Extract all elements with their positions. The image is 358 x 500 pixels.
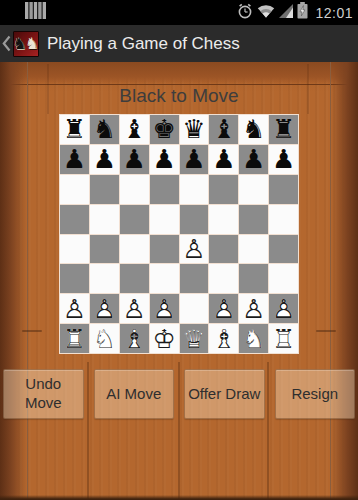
square-f2[interactable]: ♟♙	[209, 294, 238, 323]
square-d7[interactable]: ♟	[150, 145, 179, 174]
square-b1[interactable]: ♞♘	[90, 324, 119, 353]
square-e1[interactable]: ♛♕	[180, 324, 209, 353]
square-a4[interactable]	[60, 235, 89, 264]
square-c7[interactable]: ♟	[120, 145, 149, 174]
white-pawn-piece: ♟♙	[209, 294, 238, 323]
square-h4[interactable]	[269, 235, 298, 264]
black-rook-piece: ♜	[60, 115, 89, 144]
square-g1[interactable]: ♞♘	[239, 324, 268, 353]
square-f4[interactable]	[209, 235, 238, 264]
square-f5[interactable]	[209, 205, 238, 234]
square-h1[interactable]: ♜♖	[269, 324, 298, 353]
status-bar: 12:01	[0, 0, 358, 25]
square-b4[interactable]	[90, 235, 119, 264]
square-b2[interactable]: ♟♙	[90, 294, 119, 323]
square-g4[interactable]	[239, 235, 268, 264]
square-f6[interactable]	[209, 175, 238, 204]
black-knight-piece: ♞	[90, 115, 119, 144]
screen: 12:01 ♞♞ Playing a Game of Chess Black t…	[0, 0, 358, 500]
white-pawn-piece: ♟♙	[269, 294, 298, 323]
square-e3[interactable]	[180, 264, 209, 293]
white-rook-piece: ♜♖	[269, 324, 298, 353]
square-c4[interactable]	[120, 235, 149, 264]
wood-bottom-band	[0, 495, 358, 500]
page-title: Playing a Game of Chess	[47, 34, 240, 54]
square-c8[interactable]: ♝	[120, 115, 149, 144]
undo-move-button[interactable]: Undo Move	[3, 369, 84, 419]
square-b6[interactable]	[90, 175, 119, 204]
battery-charging-icon	[297, 2, 308, 23]
square-d2[interactable]: ♟♙	[150, 294, 179, 323]
clock-time: 12:01	[315, 5, 353, 21]
black-pawn-piece: ♟	[209, 145, 238, 174]
square-g6[interactable]	[239, 175, 268, 204]
square-e7[interactable]: ♟	[180, 145, 209, 174]
square-d5[interactable]	[150, 205, 179, 234]
black-pawn-piece: ♟	[120, 145, 149, 174]
square-b5[interactable]	[90, 205, 119, 234]
alarm-icon	[237, 3, 253, 23]
white-pawn-piece: ♟♙	[180, 235, 209, 264]
resign-button[interactable]: Resign	[275, 369, 356, 419]
black-pawn-piece: ♟	[269, 145, 298, 174]
white-pawn-piece: ♟♙	[239, 294, 268, 323]
white-queen-piece: ♛♕	[180, 324, 209, 353]
white-king-piece: ♚♔	[150, 324, 179, 353]
square-a7[interactable]: ♟	[60, 145, 89, 174]
square-b8[interactable]: ♞	[90, 115, 119, 144]
wifi-icon	[257, 4, 275, 22]
white-knight-piece: ♞♘	[239, 324, 268, 353]
square-c5[interactable]	[120, 205, 149, 234]
square-h7[interactable]: ♟	[269, 145, 298, 174]
square-g3[interactable]	[239, 264, 268, 293]
square-f3[interactable]	[209, 264, 238, 293]
square-h8[interactable]: ♜	[269, 115, 298, 144]
square-d1[interactable]: ♚♔	[150, 324, 179, 353]
black-bishop-piece: ♝	[209, 115, 238, 144]
square-e8[interactable]: ♛	[180, 115, 209, 144]
square-c6[interactable]	[120, 175, 149, 204]
back-chevron-icon[interactable]	[2, 35, 11, 52]
square-a5[interactable]	[60, 205, 89, 234]
white-knight-piece: ♞♘	[90, 324, 119, 353]
notification-bars-icon	[25, 2, 46, 23]
black-pawn-piece: ♟	[90, 145, 119, 174]
square-f1[interactable]: ♝♗	[209, 324, 238, 353]
square-h3[interactable]	[269, 264, 298, 293]
square-b3[interactable]	[90, 264, 119, 293]
chess-knights-icon[interactable]: ♞♞	[13, 31, 39, 57]
black-knight-piece: ♞	[239, 115, 268, 144]
black-queen-piece: ♛	[180, 115, 209, 144]
square-d3[interactable]	[150, 264, 179, 293]
chess-board: ♜♞♝♚♛♝♞♜♟♟♟♟♟♟♟♟♟♙♟♙♟♙♟♙♟♙♟♙♟♙♟♙♜♖♞♘♝♗♚♔…	[59, 114, 299, 354]
square-g7[interactable]: ♟	[239, 145, 268, 174]
black-king-piece: ♚	[150, 115, 179, 144]
square-a6[interactable]	[60, 175, 89, 204]
square-f7[interactable]: ♟	[209, 145, 238, 174]
square-e4[interactable]: ♟♙	[180, 235, 209, 264]
wood-left-rail	[0, 62, 28, 500]
square-h5[interactable]	[269, 205, 298, 234]
wood-right-rail	[330, 62, 358, 500]
square-d4[interactable]	[150, 235, 179, 264]
black-pawn-piece: ♟	[60, 145, 89, 174]
wood-top-band	[0, 62, 358, 85]
white-pawn-piece: ♟♙	[150, 294, 179, 323]
square-a2[interactable]: ♟♙	[60, 294, 89, 323]
square-g5[interactable]	[239, 205, 268, 234]
square-a1[interactable]: ♜♖	[60, 324, 89, 353]
wood-groove	[316, 330, 336, 332]
black-bishop-piece: ♝	[120, 115, 149, 144]
white-bishop-piece: ♝♗	[120, 324, 149, 353]
square-a8[interactable]: ♜	[60, 115, 89, 144]
square-f8[interactable]: ♝	[209, 115, 238, 144]
title-bar: ♞♞ Playing a Game of Chess	[0, 25, 358, 62]
square-c3[interactable]	[120, 264, 149, 293]
square-h2[interactable]: ♟♙	[269, 294, 298, 323]
white-pawn-piece: ♟♙	[90, 294, 119, 323]
white-pawn-piece: ♟♙	[120, 294, 149, 323]
square-b7[interactable]: ♟	[90, 145, 119, 174]
offer-draw-button[interactable]: Offer Draw	[184, 369, 265, 419]
square-g2[interactable]: ♟♙	[239, 294, 268, 323]
square-e6[interactable]	[180, 175, 209, 204]
black-rook-piece: ♜	[269, 115, 298, 144]
square-g8[interactable]: ♞	[239, 115, 268, 144]
black-pawn-piece: ♟	[150, 145, 179, 174]
cell-signal-icon	[279, 4, 293, 22]
white-rook-piece: ♜♖	[60, 324, 89, 353]
square-c2[interactable]: ♟♙	[120, 294, 149, 323]
square-h6[interactable]	[269, 175, 298, 204]
white-pawn-piece: ♟♙	[60, 294, 89, 323]
square-a3[interactable]	[60, 264, 89, 293]
button-row: Undo Move AI Move Offer Draw Resign	[0, 369, 358, 419]
black-pawn-piece: ♟	[239, 145, 268, 174]
square-e5[interactable]	[180, 205, 209, 234]
square-c1[interactable]: ♝♗	[120, 324, 149, 353]
white-bishop-piece: ♝♗	[209, 324, 238, 353]
black-pawn-piece: ♟	[180, 145, 209, 174]
turn-indicator: Black to Move	[0, 85, 358, 107]
square-d6[interactable]	[150, 175, 179, 204]
square-e2[interactable]	[180, 294, 209, 323]
ai-move-button[interactable]: AI Move	[94, 369, 175, 419]
wood-groove	[22, 330, 42, 332]
square-d8[interactable]: ♚	[150, 115, 179, 144]
